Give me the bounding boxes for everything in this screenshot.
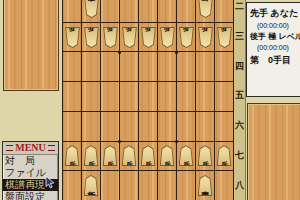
board-cell[interactable]	[120, 82, 139, 112]
board-cell[interactable]	[63, 82, 82, 112]
board-cell[interactable]	[82, 52, 101, 82]
board-cell[interactable]: 歩兵	[196, 23, 215, 53]
rank-label: 三	[234, 31, 245, 42]
shogi-piece-pawn[interactable]: 歩兵	[198, 27, 213, 48]
shogi-piece-rook[interactable]: 飛車	[84, 0, 99, 18]
board-cell[interactable]	[158, 0, 177, 23]
board-cell[interactable]: 歩兵	[215, 23, 234, 53]
shogi-piece-pawn[interactable]: 歩兵	[160, 27, 175, 48]
board-cell[interactable]	[120, 0, 139, 23]
menu-title-decor	[48, 145, 55, 151]
menu-titlebar: MENU	[3, 142, 58, 155]
board-cell[interactable]	[63, 52, 82, 82]
rank-strip: 二三四五六七八	[234, 0, 246, 200]
board-cell[interactable]: 歩兵	[158, 142, 177, 172]
board-cell[interactable]	[177, 112, 196, 142]
board-cell[interactable]	[215, 82, 234, 112]
board-cell[interactable]	[177, 52, 196, 82]
board-cell[interactable]	[196, 52, 215, 82]
board-cell[interactable]	[120, 112, 139, 142]
menu-item[interactable]: 盤面設定	[3, 191, 58, 200]
star-point	[175, 140, 178, 143]
board-cell[interactable]: 角行	[196, 0, 215, 23]
shogi-piece-pawn[interactable]: 歩兵	[65, 27, 80, 48]
rank-label: 五	[234, 90, 245, 101]
board-cell[interactable]: 角行	[82, 171, 101, 200]
board-cell[interactable]	[139, 0, 158, 23]
sente-clock: (00:00:00)	[257, 22, 300, 29]
board-cell[interactable]: 歩兵	[158, 23, 177, 53]
board-cell[interactable]: 歩兵	[139, 23, 158, 53]
board-cell[interactable]: 歩兵	[120, 23, 139, 53]
shogi-piece-pawn[interactable]: 歩兵	[122, 27, 137, 48]
board-cell[interactable]	[215, 0, 234, 23]
board-cell[interactable]: 歩兵	[101, 23, 120, 53]
star-point	[118, 51, 121, 54]
rank-label: 八	[234, 180, 245, 191]
shogi-piece-pawn[interactable]: 歩兵	[103, 145, 118, 166]
star-point	[118, 140, 121, 143]
shogi-piece-pawn[interactable]: 歩兵	[198, 145, 213, 166]
board-cell[interactable]	[63, 112, 82, 142]
board-cell[interactable]: 飛車	[82, 0, 101, 23]
rank-label: 二	[234, 1, 245, 12]
board-cell[interactable]	[158, 82, 177, 112]
board-cell[interactable]	[101, 171, 120, 200]
board-cell[interactable]	[139, 52, 158, 82]
shogi-piece-pawn[interactable]: 歩兵	[84, 27, 99, 48]
board-cell[interactable]: 歩兵	[215, 142, 234, 172]
board-cell[interactable]: 飛車	[196, 171, 215, 200]
board-cell[interactable]	[101, 112, 120, 142]
board-cell[interactable]: 歩兵	[63, 142, 82, 172]
board-cell[interactable]	[120, 171, 139, 200]
shogi-board: 飛車角行歩兵歩兵歩兵歩兵歩兵歩兵歩兵歩兵歩兵歩兵歩兵歩兵歩兵歩兵歩兵歩兵歩兵歩兵…	[62, 0, 234, 200]
shogi-piece-pawn[interactable]: 歩兵	[179, 27, 194, 48]
board-cell[interactable]	[101, 0, 120, 23]
board-cell[interactable]	[158, 112, 177, 142]
board-cell[interactable]	[196, 82, 215, 112]
shogi-piece-pawn[interactable]: 歩兵	[217, 27, 232, 48]
gote-clock: (00:00:00)	[257, 44, 300, 51]
board-cell[interactable]	[177, 171, 196, 200]
gote-piece-stand[interactable]	[3, 0, 59, 91]
rank-label: 四	[234, 61, 245, 72]
board-cell[interactable]	[139, 171, 158, 200]
board-cell[interactable]: 歩兵	[196, 142, 215, 172]
board-cell[interactable]	[101, 82, 120, 112]
sente-player-label: 先手 あなた	[250, 7, 300, 20]
shogi-piece-pawn[interactable]: 歩兵	[160, 145, 175, 166]
shogi-piece-pawn[interactable]: 歩兵	[141, 145, 156, 166]
board-cell[interactable]: 歩兵	[177, 142, 196, 172]
star-point	[175, 51, 178, 54]
board-cell[interactable]	[82, 112, 101, 142]
menu-title: MENU	[15, 143, 46, 153]
board-cell[interactable]	[158, 171, 177, 200]
shogi-piece-pawn[interactable]: 歩兵	[65, 145, 80, 166]
shogi-piece-rook[interactable]: 飛車	[198, 175, 213, 196]
sente-piece-stand[interactable]	[247, 103, 300, 200]
shogi-piece-pawn[interactable]: 歩兵	[84, 145, 99, 166]
board-cell[interactable]	[63, 0, 82, 23]
menu-item-label: 棋譜再現	[5, 179, 45, 190]
rank-label: 七	[234, 150, 245, 161]
rank-label: 六	[234, 120, 245, 131]
board-cell[interactable]	[63, 171, 82, 200]
shogi-piece-bishop[interactable]: 角行	[84, 175, 99, 196]
board-cell[interactable]: 歩兵	[63, 23, 82, 53]
shogi-piece-pawn[interactable]: 歩兵	[179, 145, 194, 166]
menu-title-decor	[6, 145, 13, 151]
mouse-cursor	[45, 176, 55, 189]
shogi-piece-bishop[interactable]: 角行	[198, 0, 213, 18]
board-cell[interactable]	[196, 112, 215, 142]
board-cell[interactable]	[177, 0, 196, 23]
board-cell[interactable]	[101, 52, 120, 82]
board-cell[interactable]: 歩兵	[139, 142, 158, 172]
shogi-piece-pawn[interactable]: 歩兵	[141, 27, 156, 48]
game-info-panel: 先手 あなた (00:00:00) 後手 極 レベル0 (00:00:00) 第…	[246, 2, 300, 97]
shogi-piece-pawn[interactable]: 歩兵	[217, 145, 232, 166]
shogi-piece-pawn[interactable]: 歩兵	[122, 145, 137, 166]
menu-item[interactable]: 対 局	[3, 155, 58, 167]
menu-item-label: 対 局	[5, 155, 35, 166]
board-cell[interactable]	[158, 52, 177, 82]
board-cell[interactable]: 歩兵	[101, 142, 120, 172]
board-cell[interactable]	[215, 112, 234, 142]
menu-item-label: 盤面設定	[5, 191, 45, 200]
board-cell[interactable]	[139, 82, 158, 112]
board-cell[interactable]: 歩兵	[120, 142, 139, 172]
board-cell[interactable]	[82, 82, 101, 112]
board-cell[interactable]: 歩兵	[82, 23, 101, 53]
board-cell[interactable]	[215, 171, 234, 200]
board-cell[interactable]: 歩兵	[82, 142, 101, 172]
board-cell[interactable]	[177, 82, 196, 112]
board-cell[interactable]: 歩兵	[177, 23, 196, 53]
shogi-app-window: 飛車角行歩兵歩兵歩兵歩兵歩兵歩兵歩兵歩兵歩兵歩兵歩兵歩兵歩兵歩兵歩兵歩兵歩兵歩兵…	[0, 0, 300, 200]
board-cell[interactable]	[120, 52, 139, 82]
board-cell[interactable]	[215, 52, 234, 82]
gote-player-label: 後手 極 レベル0	[250, 31, 300, 42]
menu-item-label: ファイル	[5, 167, 46, 178]
shogi-piece-pawn[interactable]: 歩兵	[103, 27, 118, 48]
move-counter: 第 0手目	[250, 54, 300, 67]
menu-panel: MENU 対 局 ファイル 棋譜再現 盤面設定	[2, 141, 59, 200]
board-cell[interactable]	[139, 112, 158, 142]
